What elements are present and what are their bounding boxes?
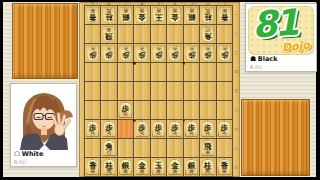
white-piece-icon: ☖ bbox=[14, 151, 20, 158]
board-cell-3三[interactable]: 歩兵 bbox=[184, 44, 199, 62]
piece-black-角行[interactable]: 角行 bbox=[102, 140, 116, 157]
board-cell-5九[interactable]: 玉将 bbox=[151, 158, 166, 176]
piece-black-金将[interactable]: 金将 bbox=[135, 159, 149, 176]
board-cell-5二[interactable] bbox=[151, 25, 166, 43]
white-player-name: White bbox=[22, 151, 44, 158]
piece-white-桂馬[interactable]: 桂馬 bbox=[201, 7, 215, 24]
white-player-card: ☖ White R:0() bbox=[10, 83, 77, 167]
board-cell-2五[interactable] bbox=[200, 82, 215, 100]
piece-black-飛車[interactable]: 飛車 bbox=[201, 140, 215, 157]
board-cell-4八[interactable] bbox=[167, 139, 182, 157]
board-cell-7四[interactable] bbox=[118, 63, 133, 81]
board-cell-7三[interactable]: 歩兵 bbox=[118, 44, 133, 62]
piece-black-歩兵[interactable]: 歩兵 bbox=[135, 121, 149, 138]
board-grid-area: 香車桂馬銀将金将王将金将銀将桂馬香車飛車角行歩兵歩兵歩兵歩兵歩兵歩兵歩兵歩兵歩兵… bbox=[84, 5, 233, 177]
board-cell-9七[interactable]: 歩兵 bbox=[85, 120, 100, 138]
board-cell-7七[interactable] bbox=[118, 120, 133, 138]
board-cell-4一[interactable]: 金将 bbox=[167, 6, 182, 24]
board-cell-9八[interactable] bbox=[85, 139, 100, 157]
board-cell-9三[interactable]: 歩兵 bbox=[85, 44, 100, 62]
board-cell-3一[interactable]: 銀将 bbox=[184, 6, 199, 24]
piece-white-歩兵[interactable]: 歩兵 bbox=[201, 45, 215, 62]
piece-white-歩兵[interactable]: 歩兵 bbox=[152, 45, 166, 62]
board-cell-8六[interactable] bbox=[101, 101, 116, 119]
board-cell-7一[interactable]: 銀将 bbox=[118, 6, 133, 24]
board-cell-2六[interactable] bbox=[200, 101, 215, 119]
piece-white-角行[interactable]: 角行 bbox=[201, 26, 215, 43]
board-cell-1七[interactable]: 歩兵 bbox=[217, 120, 232, 138]
piece-black-歩兵[interactable]: 歩兵 bbox=[86, 121, 100, 138]
piece-white-銀将[interactable]: 銀将 bbox=[119, 7, 133, 24]
piece-white-歩兵[interactable]: 歩兵 bbox=[135, 45, 149, 62]
piece-black-桂馬[interactable]: 桂馬 bbox=[102, 159, 116, 176]
board-cell-9一[interactable]: 香車 bbox=[85, 6, 100, 24]
piece-white-香車[interactable]: 香車 bbox=[86, 7, 100, 24]
board-cell-2四[interactable] bbox=[200, 63, 215, 81]
piece-black-金将[interactable]: 金将 bbox=[168, 159, 182, 176]
board-cell-9五[interactable] bbox=[85, 82, 100, 100]
piece-white-歩兵[interactable]: 歩兵 bbox=[102, 45, 116, 62]
board-cell-2二[interactable]: 角行 bbox=[200, 25, 215, 43]
board-cell-7八[interactable] bbox=[118, 139, 133, 157]
board-cell-8三[interactable]: 歩兵 bbox=[101, 44, 116, 62]
game-screen: 987654321 一二三四五六七八九 香車桂馬銀将金将王将金将銀将桂馬香車飛車… bbox=[0, 0, 320, 180]
piece-black-歩兵[interactable]: 歩兵 bbox=[119, 102, 133, 119]
board-cell-1八[interactable] bbox=[217, 139, 232, 157]
komadai-white-tray[interactable] bbox=[12, 3, 78, 79]
board-cell-4七[interactable]: 歩兵 bbox=[167, 120, 182, 138]
piece-black-玉将[interactable]: 玉将 bbox=[152, 159, 166, 176]
piece-white-歩兵[interactable]: 歩兵 bbox=[185, 45, 199, 62]
board-cell-6一[interactable]: 金将 bbox=[134, 6, 149, 24]
board-cell-2九[interactable]: 桂馬 bbox=[200, 158, 215, 176]
board-cell-7六[interactable]: 歩兵 bbox=[118, 101, 133, 119]
piece-white-歩兵[interactable]: 歩兵 bbox=[86, 45, 100, 62]
board-cell-3二[interactable] bbox=[184, 25, 199, 43]
piece-black-歩兵[interactable]: 歩兵 bbox=[201, 121, 215, 138]
board-cell-8四[interactable] bbox=[101, 63, 116, 81]
board-cell-5五[interactable] bbox=[151, 82, 166, 100]
board-cell-5八[interactable] bbox=[151, 139, 166, 157]
board-cell-5三[interactable]: 歩兵 bbox=[151, 44, 166, 62]
piece-white-歩兵[interactable]: 歩兵 bbox=[218, 45, 232, 62]
black-piece-icon: ☗ bbox=[250, 56, 256, 63]
board-cell-2三[interactable]: 歩兵 bbox=[200, 44, 215, 62]
board-cell-8八[interactable]: 角行 bbox=[101, 139, 116, 157]
board-cell-6六[interactable] bbox=[134, 101, 149, 119]
board-cell-6二[interactable] bbox=[134, 25, 149, 43]
board-cell-6八[interactable] bbox=[134, 139, 149, 157]
board-cell-1四[interactable] bbox=[217, 63, 232, 81]
board-cell-8九[interactable]: 桂馬 bbox=[101, 158, 116, 176]
piece-white-歩兵[interactable]: 歩兵 bbox=[168, 45, 182, 62]
board-cell-7二[interactable] bbox=[118, 25, 133, 43]
black-player-name: Black bbox=[258, 56, 278, 63]
board-cell-4三[interactable]: 歩兵 bbox=[167, 44, 182, 62]
board-cell-6七[interactable]: 歩兵 bbox=[134, 120, 149, 138]
piece-black-銀将[interactable]: 銀将 bbox=[185, 159, 199, 176]
board-cell-6五[interactable] bbox=[134, 82, 149, 100]
board-cell-1二[interactable] bbox=[217, 25, 232, 43]
piece-black-銀将[interactable]: 銀将 bbox=[119, 159, 133, 176]
board-cell-4九[interactable]: 金将 bbox=[167, 158, 182, 176]
board-cell-8二[interactable]: 飛車 bbox=[101, 25, 116, 43]
piece-white-歩兵[interactable]: 歩兵 bbox=[119, 45, 133, 62]
logo-dojo-text: Dojo bbox=[281, 39, 310, 55]
piece-white-王将[interactable]: 王将 bbox=[152, 7, 166, 24]
board-cell-1九[interactable]: 香車 bbox=[217, 158, 232, 176]
white-player-avatar bbox=[11, 84, 76, 150]
piece-white-桂馬[interactable]: 桂馬 bbox=[102, 7, 116, 24]
board-cell-5七[interactable]: 歩兵 bbox=[151, 120, 166, 138]
board-cell-1五[interactable] bbox=[217, 82, 232, 100]
board-cell-4二[interactable] bbox=[167, 25, 182, 43]
board-cell-1一[interactable]: 香車 bbox=[217, 6, 232, 24]
board-cell-3七[interactable]: 歩兵 bbox=[184, 120, 199, 138]
board-cell-5一[interactable]: 王将 bbox=[151, 6, 166, 24]
board-cell-5四[interactable] bbox=[151, 63, 166, 81]
board-cell-9四[interactable] bbox=[85, 63, 100, 81]
piece-white-金将[interactable]: 金将 bbox=[135, 7, 149, 24]
board-cell-3八[interactable] bbox=[184, 139, 199, 157]
board-cell-8七[interactable]: 歩兵 bbox=[101, 120, 116, 138]
board-cell-9二[interactable] bbox=[85, 25, 100, 43]
board-cell-8五[interactable] bbox=[101, 82, 116, 100]
board-cell-3五[interactable] bbox=[184, 82, 199, 100]
rank-labels: 一二三四五六七八九 bbox=[234, 5, 239, 177]
board-cell-2一[interactable]: 桂馬 bbox=[200, 6, 215, 24]
board-cell-3六[interactable] bbox=[184, 101, 199, 119]
board-cell-6四[interactable] bbox=[134, 63, 149, 81]
piece-black-歩兵[interactable]: 歩兵 bbox=[102, 121, 116, 138]
black-player-rating: R:0() bbox=[247, 63, 315, 70]
board-grid: 香車桂馬銀将金将王将金将銀将桂馬香車飛車角行歩兵歩兵歩兵歩兵歩兵歩兵歩兵歩兵歩兵… bbox=[84, 5, 233, 177]
board-cell-7九[interactable]: 銀将 bbox=[118, 158, 133, 176]
board-cell-2七[interactable]: 歩兵 bbox=[200, 120, 215, 138]
piece-black-歩兵[interactable]: 歩兵 bbox=[218, 121, 232, 138]
komadai-black-tray[interactable] bbox=[241, 99, 310, 176]
white-player-rating: R:0() bbox=[11, 158, 76, 165]
board-cell-2八[interactable]: 飛車 bbox=[200, 139, 215, 157]
board-cell-1六[interactable] bbox=[217, 101, 232, 119]
board-cell-4四[interactable] bbox=[167, 63, 182, 81]
piece-black-香車[interactable]: 香車 bbox=[218, 159, 232, 176]
board-cell-5六[interactable] bbox=[151, 101, 166, 119]
piece-white-金将[interactable]: 金将 bbox=[168, 7, 182, 24]
81dojo-logo: 81 Dojo bbox=[248, 6, 314, 55]
piece-black-桂馬[interactable]: 桂馬 bbox=[201, 159, 215, 176]
board-cell-3九[interactable]: 銀将 bbox=[184, 158, 199, 176]
piece-black-香車[interactable]: 香車 bbox=[86, 159, 100, 176]
piece-black-歩兵[interactable]: 歩兵 bbox=[152, 121, 166, 138]
board-cell-8一[interactable]: 桂馬 bbox=[101, 6, 116, 24]
board-cell-3四[interactable] bbox=[184, 63, 199, 81]
board-cell-4五[interactable] bbox=[167, 82, 182, 100]
board-cell-9六[interactable] bbox=[85, 101, 100, 119]
board-cell-4六[interactable] bbox=[167, 101, 182, 119]
board-cell-6九[interactable]: 金将 bbox=[134, 158, 149, 176]
board-cell-9九[interactable]: 香車 bbox=[85, 158, 100, 176]
piece-black-歩兵[interactable]: 歩兵 bbox=[168, 121, 182, 138]
black-player-card: 81 Dojo ☗ Black R:0() bbox=[245, 3, 317, 72]
piece-white-香車[interactable]: 香車 bbox=[218, 7, 232, 24]
board-cell-6三[interactable]: 歩兵 bbox=[134, 44, 149, 62]
piece-black-歩兵[interactable]: 歩兵 bbox=[185, 121, 199, 138]
shogi-board: 987654321 一二三四五六七八九 香車桂馬銀将金将王将金将銀将桂馬香車飛車… bbox=[79, 2, 240, 177]
piece-white-銀将[interactable]: 銀将 bbox=[185, 7, 199, 24]
piece-white-飛車[interactable]: 飛車 bbox=[102, 26, 116, 43]
board-cell-1三[interactable]: 歩兵 bbox=[217, 44, 232, 62]
board-cell-7五[interactable] bbox=[118, 82, 133, 100]
